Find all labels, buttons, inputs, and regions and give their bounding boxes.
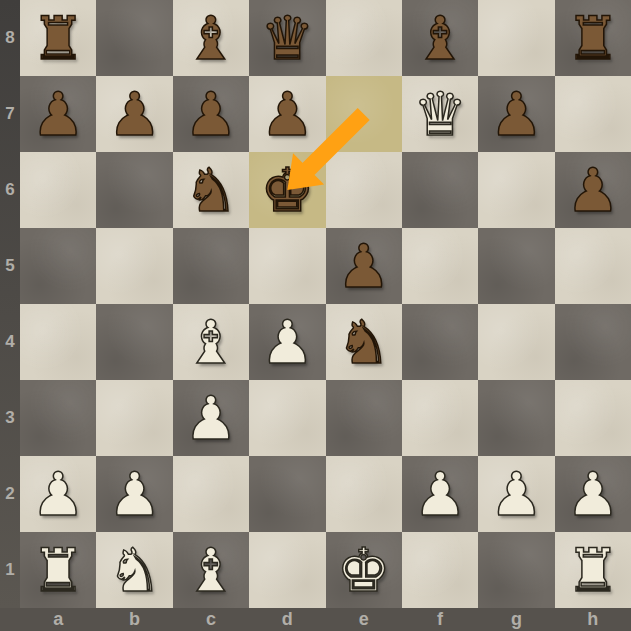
square-f7[interactable]: ♛ bbox=[402, 76, 478, 152]
file-label-b: b bbox=[96, 608, 172, 631]
square-g3[interactable] bbox=[478, 380, 554, 456]
square-b3[interactable] bbox=[96, 380, 172, 456]
square-d4[interactable]: ♟ bbox=[249, 304, 325, 380]
square-f1[interactable] bbox=[402, 532, 478, 608]
square-h2[interactable]: ♟ bbox=[555, 456, 631, 532]
square-c4[interactable]: ♝ bbox=[173, 304, 249, 380]
piece-black-rook[interactable]: ♜ bbox=[566, 0, 620, 76]
square-d7[interactable]: ♟ bbox=[249, 76, 325, 152]
piece-white-knight[interactable]: ♞ bbox=[108, 532, 162, 608]
rank-label-4: 4 bbox=[0, 304, 20, 380]
piece-white-queen[interactable]: ♛ bbox=[413, 76, 467, 152]
square-e8[interactable] bbox=[326, 0, 402, 76]
square-e7[interactable] bbox=[326, 76, 402, 152]
square-a2[interactable]: ♟ bbox=[20, 456, 96, 532]
square-c2[interactable] bbox=[173, 456, 249, 532]
rank-label-6: 6 bbox=[0, 152, 20, 228]
square-h5[interactable] bbox=[555, 228, 631, 304]
file-label-d: d bbox=[249, 608, 325, 631]
square-e3[interactable] bbox=[326, 380, 402, 456]
piece-black-pawn[interactable]: ♟ bbox=[260, 76, 314, 152]
square-g1[interactable] bbox=[478, 532, 554, 608]
piece-black-queen[interactable]: ♛ bbox=[260, 0, 314, 76]
piece-white-pawn[interactable]: ♟ bbox=[184, 380, 238, 456]
piece-white-pawn[interactable]: ♟ bbox=[566, 456, 620, 532]
piece-white-pawn[interactable]: ♟ bbox=[108, 456, 162, 532]
square-c7[interactable]: ♟ bbox=[173, 76, 249, 152]
square-g6[interactable] bbox=[478, 152, 554, 228]
piece-white-pawn[interactable]: ♟ bbox=[413, 456, 467, 532]
square-b2[interactable]: ♟ bbox=[96, 456, 172, 532]
rank-labels: 87654321 bbox=[0, 0, 20, 608]
chess-board[interactable]: ♜♝♛♝♜♟♟♟♟♛♟♞♚♟♟♝♟♞♟♟♟♟♟♟♜♞♝♚♜ bbox=[20, 0, 631, 608]
piece-black-rook[interactable]: ♜ bbox=[31, 0, 85, 76]
piece-black-pawn[interactable]: ♟ bbox=[337, 228, 391, 304]
square-f6[interactable] bbox=[402, 152, 478, 228]
chess-board-frame: 87654321 ♜♝♛♝♜♟♟♟♟♛♟♞♚♟♟♝♟♞♟♟♟♟♟♟♜♞♝♚♜ a… bbox=[0, 0, 631, 631]
file-label-f: f bbox=[402, 608, 478, 631]
piece-white-rook[interactable]: ♜ bbox=[31, 532, 85, 608]
piece-black-pawn[interactable]: ♟ bbox=[108, 76, 162, 152]
file-label-c: c bbox=[173, 608, 249, 631]
square-g5[interactable] bbox=[478, 228, 554, 304]
square-b7[interactable]: ♟ bbox=[96, 76, 172, 152]
square-c5[interactable] bbox=[173, 228, 249, 304]
piece-white-bishop[interactable]: ♝ bbox=[184, 532, 238, 608]
square-d1[interactable] bbox=[249, 532, 325, 608]
square-c3[interactable]: ♟ bbox=[173, 380, 249, 456]
square-b4[interactable] bbox=[96, 304, 172, 380]
file-labels: abcdefgh bbox=[20, 608, 631, 631]
square-f8[interactable]: ♝ bbox=[402, 0, 478, 76]
square-h8[interactable]: ♜ bbox=[555, 0, 631, 76]
square-a8[interactable]: ♜ bbox=[20, 0, 96, 76]
square-d2[interactable] bbox=[249, 456, 325, 532]
file-label-g: g bbox=[478, 608, 554, 631]
square-d5[interactable] bbox=[249, 228, 325, 304]
piece-black-knight[interactable]: ♞ bbox=[337, 304, 391, 380]
square-b5[interactable] bbox=[96, 228, 172, 304]
rank-label-1: 1 bbox=[0, 532, 20, 608]
piece-black-pawn[interactable]: ♟ bbox=[184, 76, 238, 152]
square-g4[interactable] bbox=[478, 304, 554, 380]
rank-label-5: 5 bbox=[0, 228, 20, 304]
square-e5[interactable]: ♟ bbox=[326, 228, 402, 304]
piece-white-king[interactable]: ♚ bbox=[337, 532, 391, 608]
square-b6[interactable] bbox=[96, 152, 172, 228]
square-d3[interactable] bbox=[249, 380, 325, 456]
square-c8[interactable]: ♝ bbox=[173, 0, 249, 76]
piece-black-pawn[interactable]: ♟ bbox=[31, 76, 85, 152]
piece-black-king[interactable]: ♚ bbox=[260, 152, 314, 228]
square-f5[interactable] bbox=[402, 228, 478, 304]
piece-black-pawn[interactable]: ♟ bbox=[566, 152, 620, 228]
square-c1[interactable]: ♝ bbox=[173, 532, 249, 608]
square-e6[interactable] bbox=[326, 152, 402, 228]
piece-black-pawn[interactable]: ♟ bbox=[490, 76, 544, 152]
piece-black-bishop[interactable]: ♝ bbox=[413, 0, 467, 76]
rank-label-7: 7 bbox=[0, 76, 20, 152]
piece-white-pawn[interactable]: ♟ bbox=[31, 456, 85, 532]
file-label-h: h bbox=[555, 608, 631, 631]
square-g8[interactable] bbox=[478, 0, 554, 76]
rank-label-2: 2 bbox=[0, 456, 20, 532]
square-e4[interactable]: ♞ bbox=[326, 304, 402, 380]
square-h6[interactable]: ♟ bbox=[555, 152, 631, 228]
square-e1[interactable]: ♚ bbox=[326, 532, 402, 608]
square-h3[interactable] bbox=[555, 380, 631, 456]
square-a5[interactable] bbox=[20, 228, 96, 304]
square-d8[interactable]: ♛ bbox=[249, 0, 325, 76]
rank-label-8: 8 bbox=[0, 0, 20, 76]
square-h7[interactable] bbox=[555, 76, 631, 152]
square-a4[interactable] bbox=[20, 304, 96, 380]
rank-label-3: 3 bbox=[0, 380, 20, 456]
square-d6[interactable]: ♚ bbox=[249, 152, 325, 228]
square-g2[interactable]: ♟ bbox=[478, 456, 554, 532]
file-label-a: a bbox=[20, 608, 96, 631]
square-f3[interactable] bbox=[402, 380, 478, 456]
square-a3[interactable] bbox=[20, 380, 96, 456]
square-a6[interactable] bbox=[20, 152, 96, 228]
square-a7[interactable]: ♟ bbox=[20, 76, 96, 152]
piece-white-pawn[interactable]: ♟ bbox=[260, 304, 314, 380]
square-c6[interactable]: ♞ bbox=[173, 152, 249, 228]
square-h1[interactable]: ♜ bbox=[555, 532, 631, 608]
piece-black-bishop[interactable]: ♝ bbox=[184, 0, 238, 76]
square-e2[interactable] bbox=[326, 456, 402, 532]
square-b1[interactable]: ♞ bbox=[96, 532, 172, 608]
square-b8[interactable] bbox=[96, 0, 172, 76]
square-f4[interactable] bbox=[402, 304, 478, 380]
square-f2[interactable]: ♟ bbox=[402, 456, 478, 532]
piece-white-rook[interactable]: ♜ bbox=[566, 532, 620, 608]
square-h4[interactable] bbox=[555, 304, 631, 380]
piece-black-knight[interactable]: ♞ bbox=[184, 152, 238, 228]
square-g7[interactable]: ♟ bbox=[478, 76, 554, 152]
square-a1[interactable]: ♜ bbox=[20, 532, 96, 608]
piece-white-pawn[interactable]: ♟ bbox=[490, 456, 544, 532]
piece-white-bishop[interactable]: ♝ bbox=[184, 304, 238, 380]
file-label-e: e bbox=[326, 608, 402, 631]
